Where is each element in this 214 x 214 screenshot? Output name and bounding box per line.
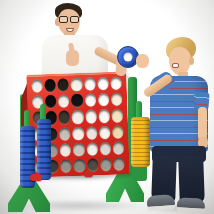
hole-r1-c5[interactable]: [84, 77, 96, 91]
boy-hand-holding-ring: [136, 54, 149, 68]
hole-r1-c2[interactable]: [45, 79, 57, 93]
hole-r2-c7[interactable]: [111, 93, 123, 107]
boy-left-sneaker: [147, 194, 176, 211]
boy-smile: [172, 63, 179, 68]
hole-r1-c3[interactable]: [58, 78, 70, 92]
glasses-left-lens: [59, 16, 68, 23]
hole-r4-c5[interactable]: [86, 126, 98, 140]
hole-r4-c4[interactable]: [72, 126, 84, 140]
hole-r1-c1[interactable]: [31, 79, 43, 93]
hole-r4-c6[interactable]: [99, 125, 111, 139]
product-photo-giant-connect-four: [0, 0, 214, 214]
boy-right-sneaker: [177, 197, 206, 212]
hole-r2-c5[interactable]: [84, 94, 96, 108]
ring-hole: [124, 53, 133, 62]
hole-r2-c6[interactable]: [98, 93, 110, 107]
hole-r1-c4[interactable]: [71, 78, 83, 92]
hole-r5-c3[interactable]: [60, 143, 72, 157]
hole-r3-c7[interactable]: [111, 109, 123, 123]
hole-r3-c4[interactable]: [72, 110, 84, 124]
hole-r1-c6[interactable]: [97, 77, 109, 91]
hole-r3-c6[interactable]: [98, 109, 110, 123]
hole-r2-c2[interactable]: [45, 95, 57, 109]
yellow-ring-stack-right[interactable]: [131, 117, 150, 167]
hole-r6-c7[interactable]: [113, 157, 125, 171]
hole-r6-c5[interactable]: [87, 158, 99, 172]
hole-r6-c3[interactable]: [60, 159, 72, 173]
hole-r4-c7[interactable]: [112, 125, 124, 139]
boy-face: [169, 47, 191, 75]
hole-r3-c5[interactable]: [85, 110, 97, 124]
hole-r5-c6[interactable]: [99, 142, 111, 156]
hole-r1-c7[interactable]: [110, 76, 122, 90]
boy-ear: [189, 57, 194, 65]
hole-r4-c3[interactable]: [59, 127, 71, 141]
right-post-bracket: [133, 165, 147, 181]
hole-r5-c4[interactable]: [73, 142, 85, 156]
hole-r5-c5[interactable]: [86, 142, 98, 156]
blue-ring-stack-left-inner[interactable]: [37, 119, 51, 180]
red-release-slider-bottom[interactable]: [84, 171, 93, 177]
hole-r2-c4[interactable]: [71, 94, 83, 108]
hole-r3-c3[interactable]: [59, 111, 71, 125]
glasses-right-lens: [70, 16, 79, 23]
hole-r6-c4[interactable]: [74, 159, 86, 173]
hole-r5-c7[interactable]: [112, 141, 124, 155]
red-release-knob-left[interactable]: [30, 174, 42, 181]
hole-r6-c6[interactable]: [100, 158, 112, 172]
boy-right-arm: [198, 107, 207, 140]
hole-r2-c3[interactable]: [58, 94, 70, 108]
man-glasses: [59, 16, 80, 24]
man-fist: [66, 50, 79, 66]
